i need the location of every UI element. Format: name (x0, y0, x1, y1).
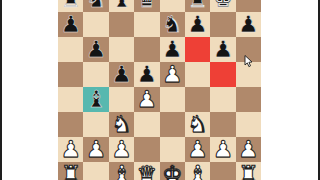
piece-black-bishop: ♝ (86, 87, 107, 112)
square-a1[interactable]: ♜ (58, 162, 83, 180)
square-g3[interactable] (210, 112, 235, 137)
square-c2[interactable]: ♟ (109, 137, 134, 162)
square-b5[interactable] (83, 62, 108, 87)
square-a2[interactable]: ♟ (58, 137, 83, 162)
square-d1[interactable]: ♛ (134, 162, 159, 180)
square-b4[interactable]: ♝ (83, 87, 108, 112)
square-c1[interactable]: ♝ (109, 162, 134, 180)
piece-black-king: ♚ (213, 0, 234, 12)
square-e7[interactable]: ♞ (160, 12, 185, 37)
square-h5[interactable] (236, 62, 261, 87)
square-g6[interactable]: ♟ (210, 37, 235, 62)
square-g7[interactable] (210, 12, 235, 37)
square-d3[interactable] (134, 112, 159, 137)
square-b1[interactable] (83, 162, 108, 180)
square-f4[interactable] (185, 87, 210, 112)
square-d7[interactable] (134, 12, 159, 37)
piece-white-pawn: ♟ (238, 137, 259, 162)
piece-white-pawn: ♟ (86, 137, 107, 162)
piece-white-bishop: ♝ (187, 162, 208, 180)
piece-black-rook: ♜ (187, 0, 208, 12)
piece-black-pawn: ♟ (137, 62, 158, 87)
piece-white-queen: ♛ (137, 162, 158, 180)
square-c8[interactable]: ♝ (109, 0, 134, 12)
square-b3[interactable] (83, 112, 108, 137)
piece-white-king: ♚ (162, 162, 183, 180)
piece-white-pawn: ♟ (111, 137, 132, 162)
square-h3[interactable] (236, 112, 261, 137)
square-e4[interactable] (160, 87, 185, 112)
piece-white-pawn: ♟ (213, 137, 234, 162)
square-a5[interactable] (58, 62, 83, 87)
piece-white-knight: ♞ (111, 112, 132, 137)
square-a4[interactable] (58, 87, 83, 112)
piece-black-rook: ♜ (60, 0, 81, 12)
square-h4[interactable] (236, 87, 261, 112)
square-d5[interactable]: ♟ (134, 62, 159, 87)
square-h1[interactable]: ♜ (236, 162, 261, 180)
square-b7[interactable] (83, 12, 108, 37)
piece-white-knight: ♞ (187, 112, 208, 137)
piece-white-bishop: ♝ (111, 162, 132, 180)
square-e3[interactable] (160, 112, 185, 137)
square-f8[interactable]: ♜ (185, 0, 210, 12)
square-f6[interactable] (185, 37, 210, 62)
square-a7[interactable]: ♟ (58, 12, 83, 37)
piece-black-pawn: ♟ (111, 62, 132, 87)
piece-black-bishop: ♝ (111, 0, 132, 12)
square-h8[interactable] (236, 0, 261, 12)
piece-black-pawn: ♟ (238, 12, 259, 37)
square-h2[interactable]: ♟ (236, 137, 261, 162)
square-h7[interactable]: ♟ (236, 12, 261, 37)
piece-black-pawn: ♟ (86, 37, 107, 62)
piece-white-rook: ♜ (238, 162, 259, 180)
square-g4[interactable] (210, 87, 235, 112)
piece-black-queen: ♛ (137, 0, 158, 12)
square-f3[interactable]: ♞ (185, 112, 210, 137)
square-d2[interactable] (134, 137, 159, 162)
square-d4[interactable]: ♟ (134, 87, 159, 112)
square-a6[interactable] (58, 37, 83, 62)
piece-white-pawn: ♟ (60, 137, 81, 162)
piece-white-pawn: ♟ (187, 137, 208, 162)
square-e5[interactable]: ♟ (160, 62, 185, 87)
square-h6[interactable] (236, 37, 261, 62)
square-c3[interactable]: ♞ (109, 112, 134, 137)
piece-black-pawn: ♟ (60, 12, 81, 37)
square-g2[interactable]: ♟ (210, 137, 235, 162)
square-f7[interactable]: ♟ (185, 12, 210, 37)
square-e8[interactable] (160, 0, 185, 12)
square-b2[interactable]: ♟ (83, 137, 108, 162)
square-e6[interactable]: ♟ (160, 37, 185, 62)
piece-white-pawn: ♟ (162, 62, 183, 87)
piece-black-pawn: ♟ (187, 12, 208, 37)
piece-black-pawn: ♟ (213, 37, 234, 62)
square-g5[interactable] (210, 62, 235, 87)
square-d6[interactable] (134, 37, 159, 62)
piece-black-pawn: ♟ (162, 37, 183, 62)
window-left-border (0, 0, 2, 180)
square-b8[interactable]: ♞ (83, 0, 108, 12)
square-c4[interactable] (109, 87, 134, 112)
chess-board[interactable]: ♜♞♝♛♜♚♟♞♟♟♟♟♟♟♟♟♝♟♞♞♟♟♟♟♟♟♜♝♛♚♝♜ (58, 0, 261, 180)
square-f2[interactable]: ♟ (185, 137, 210, 162)
screenshot-background: ♜♞♝♛♜♚♟♞♟♟♟♟♟♟♟♟♝♟♞♞♟♟♟♟♟♟♜♝♛♚♝♜ (0, 0, 320, 180)
square-c5[interactable]: ♟ (109, 62, 134, 87)
square-a8[interactable]: ♜ (58, 0, 83, 12)
piece-black-knight: ♞ (86, 0, 107, 12)
square-c7[interactable] (109, 12, 134, 37)
square-g1[interactable] (210, 162, 235, 180)
piece-white-rook: ♜ (60, 162, 81, 180)
square-e2[interactable] (160, 137, 185, 162)
square-f5[interactable] (185, 62, 210, 87)
square-a3[interactable] (58, 112, 83, 137)
square-f1[interactable]: ♝ (185, 162, 210, 180)
square-c6[interactable] (109, 37, 134, 62)
piece-black-knight: ♞ (162, 12, 183, 37)
square-b6[interactable]: ♟ (83, 37, 108, 62)
square-e1[interactable]: ♚ (160, 162, 185, 180)
piece-white-pawn: ♟ (137, 87, 158, 112)
square-g8[interactable]: ♚ (210, 0, 235, 12)
square-d8[interactable]: ♛ (134, 0, 159, 12)
